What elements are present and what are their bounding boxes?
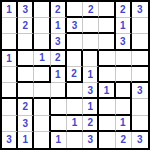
cell-r7c2[interactable]: 2 [18,99,34,115]
cell-r5c7[interactable] [99,67,115,83]
cell-r2c2[interactable]: 2 [18,18,34,34]
cell-r8c4[interactable] [51,116,67,132]
cell-r3c5[interactable] [67,34,83,50]
cell-r2c1[interactable] [2,18,18,34]
cell-r4c1[interactable]: 1 [2,51,18,67]
cell-r1c8[interactable]: 2 [116,2,132,18]
cell-r3c6[interactable] [83,34,99,50]
cell-r7c6[interactable]: 1 [83,99,99,115]
cell-r9c1[interactable]: 3 [2,132,18,148]
cell-r6c7[interactable]: 1 [99,83,115,99]
cell-r3c2[interactable] [18,34,34,50]
cell-r3c4[interactable]: 3 [51,34,67,50]
puzzle-board: 132223213133112121313213121311323 [0,0,150,150]
cell-r6c4[interactable] [51,83,67,99]
cell-r8c8[interactable]: 1 [116,116,132,132]
cell-r6c5[interactable] [67,83,83,99]
cell-r1c7[interactable] [99,2,115,18]
cell-r1c5[interactable] [67,2,83,18]
cell-r7c9[interactable] [132,99,148,115]
cell-r6c1[interactable] [2,83,18,99]
cell-r8c7[interactable] [99,116,115,132]
cell-r5c4[interactable]: 1 [51,67,67,83]
cell-r8c5[interactable]: 1 [67,116,83,132]
cell-r9c8[interactable]: 2 [116,132,132,148]
cell-r8c3[interactable] [34,116,50,132]
cell-r6c9[interactable]: 3 [132,83,148,99]
cell-r3c1[interactable] [2,34,18,50]
cell-r4c7[interactable] [99,51,115,67]
cell-r8c9[interactable] [132,116,148,132]
cell-r4c2[interactable] [18,51,34,67]
cell-r7c3[interactable] [34,99,50,115]
cell-r2c4[interactable]: 1 [51,18,67,34]
cell-r3c8[interactable]: 3 [116,34,132,50]
cell-r4c3[interactable]: 1 [34,51,50,67]
cell-r3c3[interactable] [34,34,50,50]
cell-r4c5[interactable] [67,51,83,67]
cell-r9c3[interactable] [34,132,50,148]
cell-r7c7[interactable] [99,99,115,115]
puzzle-page: 132223213133112121313213121311323 [0,0,150,150]
cell-r6c6[interactable]: 3 [83,83,99,99]
cell-r5c9[interactable] [132,67,148,83]
cell-r1c4[interactable]: 2 [51,2,67,18]
cell-r4c6[interactable] [83,51,99,67]
cell-r4c8[interactable] [116,51,132,67]
cell-r5c2[interactable] [18,67,34,83]
cell-r9c4[interactable]: 1 [51,132,67,148]
cell-r7c1[interactable] [2,99,18,115]
cell-r2c5[interactable]: 3 [67,18,83,34]
cell-r2c3[interactable] [34,18,50,34]
cell-r7c5[interactable] [67,99,83,115]
cell-r1c9[interactable]: 3 [132,2,148,18]
cell-r3c9[interactable] [132,34,148,50]
cell-r2c9[interactable] [132,18,148,34]
cell-r1c3[interactable] [34,2,50,18]
cell-r1c6[interactable]: 2 [83,2,99,18]
cell-r2c6[interactable] [83,18,99,34]
cell-r6c3[interactable] [34,83,50,99]
cell-r5c3[interactable] [34,67,50,83]
cell-r5c5[interactable]: 2 [67,67,83,83]
cell-r1c2[interactable]: 3 [18,2,34,18]
cell-r4c4[interactable]: 2 [51,51,67,67]
cell-r2c8[interactable]: 1 [116,18,132,34]
cell-r7c8[interactable] [116,99,132,115]
cell-r5c8[interactable] [116,67,132,83]
cell-r5c1[interactable] [2,67,18,83]
cell-r6c2[interactable] [18,83,34,99]
cell-r9c5[interactable] [67,132,83,148]
cell-r8c6[interactable]: 2 [83,116,99,132]
cell-r9c7[interactable] [99,132,115,148]
cell-r1c1[interactable]: 1 [2,2,18,18]
cell-r9c2[interactable]: 1 [18,132,34,148]
cell-r9c9[interactable]: 3 [132,132,148,148]
cell-r3c7[interactable] [99,34,115,50]
cell-r2c7[interactable] [99,18,115,34]
cell-r7c4[interactable] [51,99,67,115]
cell-r8c2[interactable]: 3 [18,116,34,132]
cell-r9c6[interactable]: 3 [83,132,99,148]
cell-r4c9[interactable] [132,51,148,67]
cell-r5c6[interactable]: 1 [83,67,99,83]
cell-r8c1[interactable] [2,116,18,132]
cell-r6c8[interactable] [116,83,132,99]
